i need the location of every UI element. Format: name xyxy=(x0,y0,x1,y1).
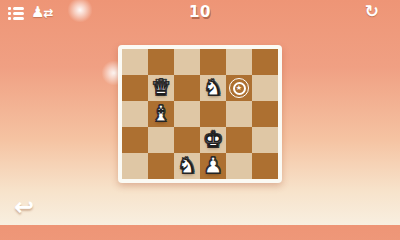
puzzle-counter: 10 xyxy=(0,3,400,21)
square-r2c5[interactable]: ★ xyxy=(226,75,252,101)
square-r4c1[interactable] xyxy=(122,127,148,153)
square-r4c2[interactable] xyxy=(148,127,174,153)
white-knight[interactable]: ♞ xyxy=(203,77,223,99)
white-pawn[interactable]: ♟ xyxy=(203,155,223,177)
top-bar: ♟ ⇄ 10 ↻ xyxy=(0,0,400,26)
square-r3c5[interactable] xyxy=(226,101,252,127)
square-r4c3[interactable] xyxy=(174,127,200,153)
square-r3c1[interactable] xyxy=(122,101,148,127)
square-r5c1[interactable] xyxy=(122,153,148,179)
square-r2c4[interactable]: ♞ xyxy=(200,75,226,101)
square-r3c4[interactable] xyxy=(200,101,226,127)
square-r1c5[interactable] xyxy=(226,49,252,75)
square-r1c4[interactable] xyxy=(200,49,226,75)
white-bishop[interactable]: ♝ xyxy=(151,103,171,125)
square-r5c4[interactable]: ♟ xyxy=(200,153,226,179)
target-star-glyph: ★ xyxy=(236,84,242,91)
square-r1c1[interactable] xyxy=(122,49,148,75)
chess-board: ♛♞★♝♚♞♟ xyxy=(122,49,278,179)
target-star-marker[interactable]: ★ xyxy=(229,78,249,98)
undo-icon[interactable]: ↩ xyxy=(14,195,34,219)
square-r3c3[interactable] xyxy=(174,101,200,127)
white-king[interactable]: ♚ xyxy=(203,129,223,151)
square-r1c6[interactable] xyxy=(252,49,278,75)
square-r5c3[interactable]: ♞ xyxy=(174,153,200,179)
square-r3c2[interactable]: ♝ xyxy=(148,101,174,127)
square-r2c1[interactable] xyxy=(122,75,148,101)
square-r2c6[interactable] xyxy=(252,75,278,101)
square-r3c6[interactable] xyxy=(252,101,278,127)
white-knight[interactable]: ♞ xyxy=(177,155,197,177)
square-r2c2[interactable]: ♛ xyxy=(148,75,174,101)
square-r5c6[interactable] xyxy=(252,153,278,179)
square-r4c4[interactable]: ♚ xyxy=(200,127,226,153)
square-r1c3[interactable] xyxy=(174,49,200,75)
chess-board-frame: ♛♞★♝♚♞♟ xyxy=(118,45,282,183)
white-queen[interactable]: ♛ xyxy=(151,77,171,99)
square-r4c6[interactable] xyxy=(252,127,278,153)
target-marker-inner-ring: ★ xyxy=(233,82,246,95)
square-r1c2[interactable] xyxy=(148,49,174,75)
restart-icon[interactable]: ↻ xyxy=(365,3,379,20)
square-r5c2[interactable] xyxy=(148,153,174,179)
square-r5c5[interactable] xyxy=(226,153,252,179)
square-r2c3[interactable] xyxy=(174,75,200,101)
square-r4c5[interactable] xyxy=(226,127,252,153)
